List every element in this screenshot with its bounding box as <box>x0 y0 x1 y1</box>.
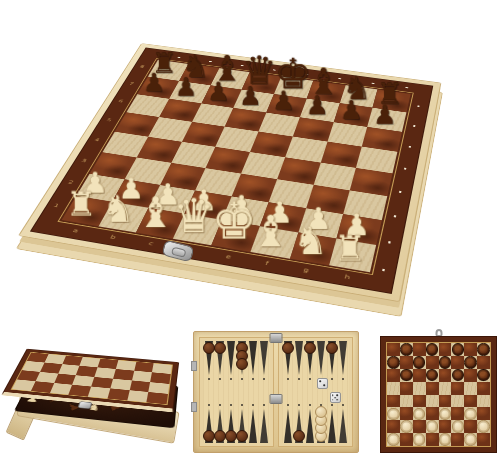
light-checker <box>387 433 400 446</box>
point-tip-dot <box>241 378 243 380</box>
point-triangle <box>339 341 347 375</box>
checkers-square-r2c3 <box>413 356 426 369</box>
point-tip-dot <box>287 404 289 406</box>
chess-board-3d: abcdefgh 87654321 ♜♞♝♛♚♝♞♜♟♟♟♟♟♟♟♟♟♟♟♟♟♟… <box>20 44 441 301</box>
checkers-square-r3c2 <box>400 369 413 382</box>
checkers-square-r6c5 <box>439 407 452 420</box>
point-triangle <box>260 409 268 443</box>
checkers-square-r5c1 <box>387 395 400 408</box>
checkers-frame <box>380 336 497 453</box>
point-triangle <box>249 409 257 443</box>
checkers-square-r3c1 <box>387 369 400 382</box>
checkers-square-r4c7 <box>464 382 477 395</box>
point-tip-dot <box>287 378 289 380</box>
checkers-square-r2c8 <box>477 356 490 369</box>
checkers-square-r1c4 <box>426 343 439 356</box>
square-a2: ♟ <box>76 174 124 202</box>
square-g6 <box>327 122 367 147</box>
rank-label-3: 3 <box>80 158 87 163</box>
point-tip-dot <box>241 404 243 406</box>
square-e1: ♚ <box>211 220 259 252</box>
checkers-square-r5c8 <box>477 395 490 408</box>
checkers-square-r6c8 <box>477 407 490 420</box>
square-g2: ♟ <box>298 208 344 239</box>
dark-checker <box>452 343 465 356</box>
backgammon-point <box>259 341 270 381</box>
dark-checker <box>387 356 400 369</box>
point-triangle <box>227 341 235 375</box>
brown-backgammon-checker <box>326 342 338 354</box>
light-checker <box>439 408 452 421</box>
checkers-square-r8c2 <box>400 433 413 446</box>
point-tip-dot <box>208 378 210 380</box>
square-a1: ♜ <box>62 196 112 226</box>
checkers-square-r2c6 <box>451 356 464 369</box>
point-tip-dot <box>298 404 300 406</box>
file-label-b: b <box>109 234 117 241</box>
checkers-square-r1c3 <box>413 343 426 356</box>
point-tip-dot <box>263 404 265 406</box>
checkers-square-r1c1 <box>387 343 400 356</box>
checkers-square-r3c6 <box>451 369 464 382</box>
die-showing-2 <box>317 378 328 389</box>
checkers-square-r4c3 <box>413 382 426 395</box>
point-triangle <box>328 409 336 443</box>
backgammon-board <box>193 331 359 453</box>
die-pip <box>334 397 336 399</box>
board-outer-edge: abcdefgh 87654321 ♜♞♝♛♚♝♞♜♟♟♟♟♟♟♟♟♟♟♟♟♟♟… <box>20 44 441 301</box>
backgammon-point <box>338 403 349 443</box>
checkers-grid <box>387 343 490 446</box>
point-tip-dot <box>219 378 221 380</box>
backgammon-point <box>316 341 327 381</box>
light-checker <box>413 408 426 421</box>
light-checker <box>452 420 465 433</box>
checkers-square-r1c6 <box>451 343 464 356</box>
point-tip-dot <box>342 404 344 406</box>
file-label-f: f <box>265 260 270 267</box>
die-pip <box>337 399 339 401</box>
checkers-square-r6c2 <box>400 407 413 420</box>
light-checker <box>464 433 477 446</box>
square-g7: ♟ <box>333 103 372 127</box>
checkers-square-r4c1 <box>387 382 400 395</box>
checkers-square-r4c8 <box>477 382 490 395</box>
checkers-square-r8c6 <box>451 433 464 446</box>
dark-checker <box>426 369 439 382</box>
square-d8: ♛ <box>242 72 281 94</box>
point-tip-dot <box>331 378 333 380</box>
checkers-square-r4c6 <box>451 382 464 395</box>
checkers-square-r8c7 <box>464 433 477 446</box>
checkers-square-r2c1 <box>387 356 400 369</box>
checkers-square-r5c2 <box>400 395 413 408</box>
checkers-square-r2c7 <box>464 356 477 369</box>
backgammon-point <box>248 341 259 381</box>
checkers-square-r2c2 <box>400 356 413 369</box>
checkers-square-r1c8 <box>477 343 490 356</box>
product-photo: abcdefgh 87654321 ♜♞♝♛♚♝♞♜♟♟♟♟♟♟♟♟♟♟♟♟♟♟… <box>0 0 500 456</box>
hinge-icon <box>270 333 283 343</box>
rank-label-5: 5 <box>106 118 113 123</box>
backgammon-right-half <box>278 337 353 447</box>
point-triangle <box>295 341 303 375</box>
dark-checker <box>426 343 439 356</box>
checkers-square-r7c6 <box>451 420 464 433</box>
brown-backgammon-checker <box>304 342 316 354</box>
checkers-square-r3c8 <box>477 369 490 382</box>
checkers-square-r8c1 <box>387 433 400 446</box>
checkers-square-r4c4 <box>426 382 439 395</box>
checkers-square-r5c5 <box>439 395 452 408</box>
backgammon-point <box>259 403 270 443</box>
die-pip <box>332 399 334 401</box>
brown-backgammon-checker <box>236 358 248 370</box>
die-pip <box>332 394 334 396</box>
backgammon-left-half <box>199 337 274 447</box>
file-label-c: c <box>147 240 154 247</box>
checkers-square-r6c4 <box>426 407 439 420</box>
point-tip-dot <box>263 378 265 380</box>
point-triangle <box>317 341 325 375</box>
checkers-square-r7c5 <box>439 420 452 433</box>
dark-checker <box>464 356 477 369</box>
file-label-e: e <box>225 254 232 261</box>
die-pip <box>337 394 339 396</box>
checkers-square-r2c5 <box>439 356 452 369</box>
backgammon-point <box>248 403 259 443</box>
square-e5 <box>250 132 292 158</box>
dark-checker <box>477 369 490 382</box>
checkers-square-r6c6 <box>451 407 464 420</box>
square-h1: ♜ <box>329 239 376 272</box>
die-pip <box>320 380 322 382</box>
latch-icon <box>191 361 197 371</box>
lid-square <box>127 390 149 402</box>
backgammon-point <box>293 341 304 381</box>
brown-backgammon-checker <box>282 342 294 354</box>
point-tip-dot <box>309 404 311 406</box>
checkers-square-r5c4 <box>426 395 439 408</box>
dark-checker <box>400 343 413 356</box>
point-triangle <box>249 341 257 375</box>
black-knight-g8: ♞ <box>340 72 374 104</box>
checkers-square-r7c4 <box>426 420 439 433</box>
checkers-square-r1c7 <box>464 343 477 356</box>
checkers-square-r3c5 <box>439 369 452 382</box>
checkers-square-r7c3 <box>413 420 426 433</box>
dark-checker <box>439 356 452 369</box>
square-h6 <box>362 127 402 152</box>
checkers-square-r1c5 <box>439 343 452 356</box>
point-tip-dot <box>342 378 344 380</box>
file-label-h: h <box>344 274 351 281</box>
checkers-square-r3c3 <box>413 369 426 382</box>
box-clasp-icon <box>78 401 93 409</box>
checkers-square-r4c2 <box>400 382 413 395</box>
point-tip-dot <box>230 404 232 406</box>
checkers-square-r2c4 <box>426 356 439 369</box>
rank-label-8: 8 <box>139 64 145 68</box>
checkers-square-r6c7 <box>464 407 477 420</box>
file-label-a: a <box>72 228 80 234</box>
point-tip-dot <box>208 404 210 406</box>
rank-label-1: 1 <box>52 203 60 209</box>
brown-backgammon-checker <box>214 342 226 354</box>
die-pip <box>324 384 326 386</box>
lid-square <box>147 392 168 404</box>
point-triangle <box>260 341 268 375</box>
light-checker <box>477 420 490 433</box>
backgammon-point <box>304 403 315 443</box>
square-f5 <box>285 137 327 163</box>
brown-backgammon-checker <box>236 430 248 442</box>
main-chess-board-scene: abcdefgh 87654321 ♜♞♝♛♚♝♞♜♟♟♟♟♟♟♟♟♟♟♟♟♟♟… <box>0 0 500 330</box>
point-triangle <box>306 409 314 443</box>
checkers-square-r8c4 <box>426 433 439 446</box>
backgammon-point <box>282 403 293 443</box>
backgammon-field-right <box>282 341 349 443</box>
checkers-square-r4c5 <box>439 382 452 395</box>
backgammon-point <box>338 341 349 381</box>
backgammon-thumbnail <box>193 331 359 453</box>
brown-backgammon-checker <box>293 430 305 442</box>
dark-checker <box>400 369 413 382</box>
checkers-square-r3c7 <box>464 369 477 382</box>
checkers-square-r5c7 <box>464 395 477 408</box>
point-tip-dot <box>298 378 300 380</box>
checkers-square-r7c1 <box>387 420 400 433</box>
black-king-e8: ♚ <box>274 53 307 95</box>
hinge-icon <box>270 394 283 404</box>
checkers-square-r5c3 <box>413 395 426 408</box>
rank-label-6: 6 <box>117 99 123 104</box>
backgammon-point <box>327 403 338 443</box>
file-label-g: g <box>303 267 310 274</box>
point-triangle <box>284 409 292 443</box>
light-checker <box>387 408 400 421</box>
point-tip-dot <box>219 404 221 406</box>
backgammon-field-left <box>203 341 270 443</box>
cream-backgammon-checker <box>315 406 327 418</box>
dark-checker <box>477 343 490 356</box>
point-triangle <box>339 409 347 443</box>
point-tip-dot <box>331 404 333 406</box>
point-tip-dot <box>252 404 254 406</box>
square-e3 <box>232 173 277 201</box>
checkers-square-r5c6 <box>451 395 464 408</box>
light-checker <box>439 433 452 446</box>
rank-label-2: 2 <box>67 180 74 186</box>
rank-label-7: 7 <box>129 81 135 85</box>
checkers-square-r3c4 <box>426 369 439 382</box>
light-checker <box>413 433 426 446</box>
black-bishop-f8: ♝ <box>307 64 340 99</box>
square-h2: ♟ <box>337 214 382 245</box>
checkers-square-r7c8 <box>477 420 490 433</box>
checkers-square-r8c5 <box>439 433 452 446</box>
checkers-square-r1c2 <box>400 343 413 356</box>
checkers-thumbnail <box>380 336 497 453</box>
checkers-square-r7c2 <box>400 420 413 433</box>
light-checker <box>400 420 413 433</box>
light-checker <box>464 408 477 421</box>
black-rook-h8: ♜ <box>373 79 407 108</box>
square-h4 <box>350 168 392 196</box>
white-rook-h1: ♜ <box>330 231 371 266</box>
square-c6 <box>192 103 234 127</box>
die-showing-5 <box>330 392 341 403</box>
latch-icon <box>191 402 197 412</box>
lid-square <box>107 388 129 400</box>
rank-label-4: 4 <box>93 137 100 142</box>
checkers-square-r6c3 <box>413 407 426 420</box>
checkers-square-r8c8 <box>477 433 490 446</box>
point-tip-dot <box>230 378 232 380</box>
dark-checker <box>452 369 465 382</box>
backgammon-point <box>225 341 236 381</box>
checkers-square-r7c7 <box>464 420 477 433</box>
folded-box-thumbnail: ♜♞♝♛♟♞♝♟♜♟♞♟ <box>10 336 190 454</box>
point-tip-dot <box>309 378 311 380</box>
dark-checker <box>413 356 426 369</box>
checkers-square-r8c3 <box>413 433 426 446</box>
checkers-square-r6c1 <box>387 407 400 420</box>
point-tip-dot <box>252 378 254 380</box>
box-lid-checker-pattern <box>12 353 172 405</box>
light-checker <box>426 420 439 433</box>
